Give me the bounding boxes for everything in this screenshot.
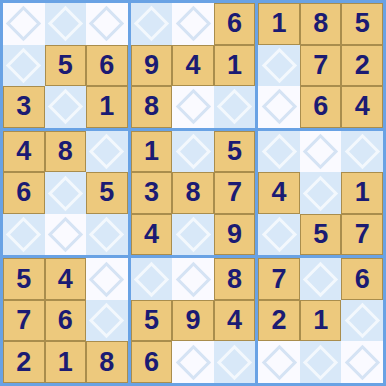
cell-r2c9: 2 xyxy=(341,45,383,87)
cell-r3c8: 6 xyxy=(300,86,342,128)
cell-r5c6: 7 xyxy=(214,172,256,214)
cell-r1c5[interactable] xyxy=(172,3,214,45)
cell-r3c3: 1 xyxy=(86,86,128,128)
sudoku-box-7: 5476218 xyxy=(3,258,128,383)
cell-r4c8[interactable] xyxy=(300,131,342,173)
cell-r3c9: 4 xyxy=(341,86,383,128)
cell-r3c5[interactable] xyxy=(172,86,214,128)
sudoku-board: 5631694181857264486515387494157547621885… xyxy=(0,0,386,386)
cell-r7c6: 8 xyxy=(214,258,256,300)
empty-cell-diamond-icon xyxy=(303,175,338,210)
given-digit: 7 xyxy=(227,179,242,206)
given-digit: 5 xyxy=(99,179,114,206)
cell-r2c1[interactable] xyxy=(3,45,45,87)
given-digit: 3 xyxy=(144,179,159,206)
cell-r8c2: 6 xyxy=(45,300,87,342)
cell-r1c8: 8 xyxy=(300,3,342,45)
given-digit: 8 xyxy=(313,10,328,37)
sudoku-box-6: 4157 xyxy=(258,131,383,256)
cell-r9c2: 1 xyxy=(45,341,87,383)
cell-r9c5[interactable] xyxy=(172,341,214,383)
sudoku-box-4: 4865 xyxy=(3,131,128,256)
given-digit: 1 xyxy=(144,138,159,165)
given-digit: 6 xyxy=(99,52,114,79)
cell-r1c9: 5 xyxy=(341,3,383,45)
empty-cell-diamond-icon xyxy=(89,261,124,296)
given-digit: 5 xyxy=(16,266,31,293)
given-digit: 6 xyxy=(313,93,328,120)
empty-cell-diamond-icon xyxy=(89,134,124,169)
sudoku-box-2: 69418 xyxy=(131,3,256,128)
cell-r6c2[interactable] xyxy=(45,214,87,256)
cell-r7c5[interactable] xyxy=(172,258,214,300)
cell-r6c9: 7 xyxy=(341,214,383,256)
given-digit: 6 xyxy=(227,10,242,37)
given-digit: 6 xyxy=(144,349,159,376)
given-digit: 4 xyxy=(144,221,159,248)
cell-r7c3[interactable] xyxy=(86,258,128,300)
empty-cell-diamond-icon xyxy=(48,175,83,210)
cell-r2c2: 5 xyxy=(45,45,87,87)
empty-cell-diamond-icon xyxy=(217,89,252,124)
empty-cell-diamond-icon xyxy=(48,89,83,124)
given-digit: 2 xyxy=(16,349,31,376)
cell-r3c4: 8 xyxy=(131,86,173,128)
given-digit: 2 xyxy=(355,52,370,79)
cell-r8c9[interactable] xyxy=(341,300,383,342)
cell-r1c3[interactable] xyxy=(86,3,128,45)
given-digit: 4 xyxy=(355,93,370,120)
cell-r4c1: 4 xyxy=(3,131,45,173)
cell-r1c1[interactable] xyxy=(3,3,45,45)
sudoku-box-8: 85946 xyxy=(131,258,256,383)
cell-r5c3: 5 xyxy=(86,172,128,214)
empty-cell-diamond-icon xyxy=(217,345,252,380)
cell-r4c3[interactable] xyxy=(86,131,128,173)
empty-cell-diamond-icon xyxy=(261,345,296,380)
cell-r9c4: 6 xyxy=(131,341,173,383)
cell-r8c4: 5 xyxy=(131,300,173,342)
cell-r5c8[interactable] xyxy=(300,172,342,214)
given-digit: 6 xyxy=(355,266,370,293)
empty-cell-diamond-icon xyxy=(175,89,210,124)
given-digit: 1 xyxy=(58,349,73,376)
given-digit: 4 xyxy=(16,138,31,165)
cell-r6c5[interactable] xyxy=(172,214,214,256)
empty-cell-diamond-icon xyxy=(6,217,41,252)
empty-cell-diamond-icon xyxy=(261,48,296,83)
given-digit: 9 xyxy=(144,52,159,79)
given-digit: 8 xyxy=(99,349,114,376)
cell-r5c2[interactable] xyxy=(45,172,87,214)
cell-r1c7: 1 xyxy=(258,3,300,45)
cell-r3c1: 3 xyxy=(3,86,45,128)
empty-cell-diamond-icon xyxy=(345,134,380,169)
cell-r9c8[interactable] xyxy=(300,341,342,383)
empty-cell-diamond-icon xyxy=(89,217,124,252)
cell-r3c2[interactable] xyxy=(45,86,87,128)
given-digit: 8 xyxy=(58,138,73,165)
empty-cell-diamond-icon xyxy=(345,303,380,338)
given-digit: 1 xyxy=(272,10,287,37)
cell-r7c9: 6 xyxy=(341,258,383,300)
cell-r5c4: 3 xyxy=(131,172,173,214)
given-digit: 4 xyxy=(272,179,287,206)
cell-r2c7[interactable] xyxy=(258,45,300,87)
cell-r1c4[interactable] xyxy=(131,3,173,45)
cell-r7c1: 5 xyxy=(3,258,45,300)
empty-cell-diamond-icon xyxy=(175,134,210,169)
given-digit: 4 xyxy=(58,266,73,293)
cell-r1c2[interactable] xyxy=(45,3,87,45)
cell-r9c6[interactable] xyxy=(214,341,256,383)
cell-r7c4[interactable] xyxy=(131,258,173,300)
sudoku-box-3: 1857264 xyxy=(258,3,383,128)
cell-r2c3: 6 xyxy=(86,45,128,87)
empty-cell-diamond-icon xyxy=(6,48,41,83)
cell-r4c4: 1 xyxy=(131,131,173,173)
cell-r4c7[interactable] xyxy=(258,131,300,173)
given-digit: 3 xyxy=(16,93,31,120)
empty-cell-diamond-icon xyxy=(303,261,338,296)
given-digit: 7 xyxy=(272,266,287,293)
sudoku-box-1: 5631 xyxy=(3,3,128,128)
given-digit: 7 xyxy=(313,52,328,79)
cell-r8c6: 4 xyxy=(214,300,256,342)
given-digit: 5 xyxy=(313,221,328,248)
cell-r8c3[interactable] xyxy=(86,300,128,342)
empty-cell-diamond-icon xyxy=(261,134,296,169)
sudoku-box-5: 1538749 xyxy=(131,131,256,256)
cell-r4c2: 8 xyxy=(45,131,87,173)
cell-r2c8: 7 xyxy=(300,45,342,87)
given-digit: 9 xyxy=(185,307,200,334)
given-digit: 8 xyxy=(185,179,200,206)
given-digit: 2 xyxy=(272,307,287,334)
cell-r5c5: 8 xyxy=(172,172,214,214)
cell-r6c1[interactable] xyxy=(3,214,45,256)
empty-cell-diamond-icon xyxy=(134,261,169,296)
empty-cell-diamond-icon xyxy=(175,345,210,380)
cell-r7c7: 7 xyxy=(258,258,300,300)
cell-r2c5: 4 xyxy=(172,45,214,87)
given-digit: 1 xyxy=(355,179,370,206)
cell-r8c1: 7 xyxy=(3,300,45,342)
cell-r5c9: 1 xyxy=(341,172,383,214)
given-digit: 8 xyxy=(227,266,242,293)
given-digit: 5 xyxy=(355,10,370,37)
cell-r6c3[interactable] xyxy=(86,214,128,256)
given-digit: 1 xyxy=(227,52,242,79)
cell-r8c8: 1 xyxy=(300,300,342,342)
empty-cell-diamond-icon xyxy=(6,6,41,41)
cell-r6c6: 9 xyxy=(214,214,256,256)
empty-cell-diamond-icon xyxy=(48,217,83,252)
empty-cell-diamond-icon xyxy=(261,217,296,252)
cell-r6c4: 4 xyxy=(131,214,173,256)
given-digit: 5 xyxy=(227,138,242,165)
given-digit: 9 xyxy=(227,221,242,248)
given-digit: 7 xyxy=(16,307,31,334)
given-digit: 1 xyxy=(313,307,328,334)
empty-cell-diamond-icon xyxy=(175,217,210,252)
given-digit: 5 xyxy=(58,52,73,79)
cell-r1c6: 6 xyxy=(214,3,256,45)
cell-r4c6: 5 xyxy=(214,131,256,173)
cell-r4c9[interactable] xyxy=(341,131,383,173)
cell-r7c2: 4 xyxy=(45,258,87,300)
cell-r9c3: 8 xyxy=(86,341,128,383)
cell-r9c9[interactable] xyxy=(341,341,383,383)
cell-r9c7[interactable] xyxy=(258,341,300,383)
cell-r5c7: 4 xyxy=(258,172,300,214)
cell-r2c6: 1 xyxy=(214,45,256,87)
empty-cell-diamond-icon xyxy=(89,6,124,41)
cell-r8c7: 2 xyxy=(258,300,300,342)
empty-cell-diamond-icon xyxy=(134,6,169,41)
empty-cell-diamond-icon xyxy=(303,345,338,380)
cell-r2c4: 9 xyxy=(131,45,173,87)
cell-r9c1: 2 xyxy=(3,341,45,383)
given-digit: 5 xyxy=(144,307,159,334)
empty-cell-diamond-icon xyxy=(345,345,380,380)
sudoku-box-9: 7621 xyxy=(258,258,383,383)
cell-r3c6[interactable] xyxy=(214,86,256,128)
cell-r8c5: 9 xyxy=(172,300,214,342)
empty-cell-diamond-icon xyxy=(175,261,210,296)
cell-r3c7[interactable] xyxy=(258,86,300,128)
cell-r5c1: 6 xyxy=(3,172,45,214)
cell-r7c8[interactable] xyxy=(300,258,342,300)
given-digit: 4 xyxy=(185,52,200,79)
empty-cell-diamond-icon xyxy=(261,89,296,124)
empty-cell-diamond-icon xyxy=(89,303,124,338)
given-digit: 6 xyxy=(16,179,31,206)
cell-r6c7[interactable] xyxy=(258,214,300,256)
cell-r4c5[interactable] xyxy=(172,131,214,173)
cell-r6c8: 5 xyxy=(300,214,342,256)
given-digit: 6 xyxy=(58,307,73,334)
given-digit: 1 xyxy=(99,93,114,120)
empty-cell-diamond-icon xyxy=(48,6,83,41)
empty-cell-diamond-icon xyxy=(303,134,338,169)
given-digit: 4 xyxy=(227,307,242,334)
given-digit: 8 xyxy=(144,93,159,120)
given-digit: 7 xyxy=(355,221,370,248)
empty-cell-diamond-icon xyxy=(175,6,210,41)
